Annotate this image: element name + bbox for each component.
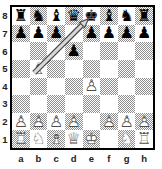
square-a6[interactable] xyxy=(12,42,30,60)
piece-white-knight: ♘ xyxy=(30,130,48,148)
square-e1[interactable]: ♚♔ xyxy=(83,130,101,148)
square-d7[interactable] xyxy=(65,25,83,43)
piece-white-bishop-fill: ♝ xyxy=(30,59,48,77)
square-b3[interactable] xyxy=(30,95,48,113)
piece-white-pawn-fill: ♟ xyxy=(47,112,65,130)
square-b8[interactable]: ♞ xyxy=(30,7,48,25)
piece-black-rook: ♜ xyxy=(12,7,30,25)
file-label-e: e xyxy=(83,151,101,165)
piece-white-pawn: ♙ xyxy=(47,112,65,130)
piece-black-pawn: ♟ xyxy=(118,24,136,42)
file-labels: abcdefgh xyxy=(12,151,153,165)
square-f3[interactable] xyxy=(100,95,118,113)
piece-black-queen: ♛ xyxy=(65,7,83,25)
square-e5[interactable] xyxy=(83,60,101,78)
rank-labels: 87654321 xyxy=(0,7,10,148)
piece-black-king: ♚ xyxy=(83,7,101,25)
square-d5[interactable] xyxy=(65,60,83,78)
piece-white-knight-fill: ♞ xyxy=(118,130,136,148)
square-h5[interactable] xyxy=(135,60,153,78)
square-c3[interactable] xyxy=(47,95,65,113)
square-f1[interactable] xyxy=(100,130,118,148)
square-d3[interactable] xyxy=(65,95,83,113)
square-d8[interactable]: ♛ xyxy=(65,7,83,25)
square-b2[interactable]: ♟♙ xyxy=(30,113,48,131)
piece-white-rook: ♖ xyxy=(135,130,153,148)
square-g1[interactable]: ♞♘ xyxy=(118,130,136,148)
rank-label-1: 1 xyxy=(0,130,10,148)
piece-white-pawn: ♙ xyxy=(12,112,30,130)
square-d6[interactable]: ♟ xyxy=(65,42,83,60)
rank-label-8: 8 xyxy=(0,7,10,25)
piece-black-bishop: ♝ xyxy=(47,7,65,25)
piece-white-pawn-fill: ♟ xyxy=(65,112,83,130)
piece-black-knight: ♞ xyxy=(30,7,48,25)
piece-white-pawn: ♙ xyxy=(118,112,136,130)
piece-white-pawn-fill: ♟ xyxy=(12,112,30,130)
square-a2[interactable]: ♟♙ xyxy=(12,113,30,131)
piece-white-rook-fill: ♜ xyxy=(12,130,30,148)
square-g8[interactable]: ♞ xyxy=(118,7,136,25)
piece-white-queen-fill: ♛ xyxy=(65,130,83,148)
square-c6[interactable] xyxy=(47,42,65,60)
piece-black-pawn: ♟ xyxy=(30,24,48,42)
rank-label-5: 5 xyxy=(0,60,10,78)
square-a5[interactable] xyxy=(12,60,30,78)
square-b4[interactable] xyxy=(30,78,48,96)
square-g3[interactable] xyxy=(118,95,136,113)
piece-white-pawn: ♙ xyxy=(100,112,118,130)
file-label-d: d xyxy=(65,151,83,165)
square-c4[interactable] xyxy=(47,78,65,96)
piece-white-pawn-fill: ♟ xyxy=(135,112,153,130)
square-c7[interactable]: ♟ xyxy=(47,25,65,43)
chess-board: ♜♞♝♛♚♝♞♜♟♟♟♟♟♟♟♟♝♗♟♙♟♙♟♙♟♙♟♙♟♙♟♙♟♙♜♖♞♘♝♗… xyxy=(12,7,153,148)
square-b6[interactable] xyxy=(30,42,48,60)
piece-black-pawn: ♟ xyxy=(83,24,101,42)
piece-white-king-fill: ♚ xyxy=(83,130,101,148)
piece-white-pawn: ♙ xyxy=(65,112,83,130)
board-frame: ♜♞♝♛♚♝♞♜♟♟♟♟♟♟♟♟♝♗♟♙♟♙♟♙♟♙♟♙♟♙♟♙♟♙♜♖♞♘♝♗… xyxy=(10,5,155,150)
piece-white-bishop: ♗ xyxy=(47,130,65,148)
square-a3[interactable] xyxy=(12,95,30,113)
piece-black-rook: ♜ xyxy=(135,7,153,25)
piece-white-rook-fill: ♜ xyxy=(135,130,153,148)
square-h4[interactable] xyxy=(135,78,153,96)
square-c2[interactable]: ♟♙ xyxy=(47,113,65,131)
square-g6[interactable] xyxy=(118,42,136,60)
square-b7[interactable]: ♟ xyxy=(30,25,48,43)
square-f6[interactable] xyxy=(100,42,118,60)
square-e4[interactable]: ♟♙ xyxy=(83,78,101,96)
piece-black-bishop: ♝ xyxy=(100,7,118,25)
piece-black-pawn: ♟ xyxy=(47,24,65,42)
square-c1[interactable]: ♝♗ xyxy=(47,130,65,148)
piece-white-pawn-fill: ♟ xyxy=(100,112,118,130)
square-e8[interactable]: ♚ xyxy=(83,7,101,25)
square-a1[interactable]: ♜♖ xyxy=(12,130,30,148)
square-e6[interactable] xyxy=(83,42,101,60)
square-g4[interactable] xyxy=(118,78,136,96)
square-d2[interactable]: ♟♙ xyxy=(65,113,83,131)
square-g5[interactable] xyxy=(118,60,136,78)
piece-white-knight-fill: ♞ xyxy=(30,130,48,148)
piece-white-king: ♔ xyxy=(83,130,101,148)
piece-white-pawn-fill: ♟ xyxy=(83,77,101,95)
square-f2[interactable]: ♟♙ xyxy=(100,113,118,131)
square-e7[interactable]: ♟ xyxy=(83,25,101,43)
square-h7[interactable]: ♟ xyxy=(135,25,153,43)
piece-white-knight: ♘ xyxy=(118,130,136,148)
square-c8[interactable]: ♝ xyxy=(47,7,65,25)
square-g2[interactable]: ♟♙ xyxy=(118,113,136,131)
square-d4[interactable] xyxy=(65,78,83,96)
piece-white-pawn: ♙ xyxy=(135,112,153,130)
piece-white-queen: ♕ xyxy=(65,130,83,148)
rank-label-4: 4 xyxy=(0,78,10,96)
square-d1[interactable]: ♛♕ xyxy=(65,130,83,148)
square-a8[interactable]: ♜ xyxy=(12,7,30,25)
square-h6[interactable] xyxy=(135,42,153,60)
file-label-a: a xyxy=(12,151,30,165)
square-a4[interactable] xyxy=(12,78,30,96)
piece-black-pawn: ♟ xyxy=(65,42,83,60)
piece-black-pawn: ♟ xyxy=(12,24,30,42)
rank-label-3: 3 xyxy=(0,95,10,113)
piece-white-pawn: ♙ xyxy=(83,77,101,95)
square-g7[interactable]: ♟ xyxy=(118,25,136,43)
square-h8[interactable]: ♜ xyxy=(135,7,153,25)
piece-black-pawn: ♟ xyxy=(100,24,118,42)
square-h1[interactable]: ♜♖ xyxy=(135,130,153,148)
square-f4[interactable] xyxy=(100,78,118,96)
file-label-b: b xyxy=(30,151,48,165)
square-e2[interactable] xyxy=(83,113,101,131)
piece-white-rook: ♖ xyxy=(12,130,30,148)
square-c5[interactable] xyxy=(47,60,65,78)
file-label-f: f xyxy=(100,151,118,165)
chess-diagram: 87654321 ♜♞♝♛♚♝♞♜♟♟♟♟♟♟♟♟♝♗♟♙♟♙♟♙♟♙♟♙♟♙♟… xyxy=(0,0,162,169)
piece-black-knight: ♞ xyxy=(118,7,136,25)
square-e3[interactable] xyxy=(83,95,101,113)
file-label-h: h xyxy=(135,151,153,165)
square-b5[interactable]: ♝♗ xyxy=(30,60,48,78)
square-f8[interactable]: ♝ xyxy=(100,7,118,25)
square-h2[interactable]: ♟♙ xyxy=(135,113,153,131)
rank-label-7: 7 xyxy=(0,25,10,43)
file-label-g: g xyxy=(118,151,136,165)
square-h3[interactable] xyxy=(135,95,153,113)
square-f5[interactable] xyxy=(100,60,118,78)
piece-white-pawn: ♙ xyxy=(30,112,48,130)
file-label-c: c xyxy=(47,151,65,165)
piece-white-pawn-fill: ♟ xyxy=(118,112,136,130)
piece-white-bishop-fill: ♝ xyxy=(47,130,65,148)
piece-white-bishop: ♗ xyxy=(30,59,48,77)
square-f7[interactable]: ♟ xyxy=(100,25,118,43)
rank-label-6: 6 xyxy=(0,42,10,60)
piece-white-pawn-fill: ♟ xyxy=(30,112,48,130)
rank-label-2: 2 xyxy=(0,113,10,131)
square-a7[interactable]: ♟ xyxy=(12,25,30,43)
piece-black-pawn: ♟ xyxy=(135,24,153,42)
square-b1[interactable]: ♞♘ xyxy=(30,130,48,148)
